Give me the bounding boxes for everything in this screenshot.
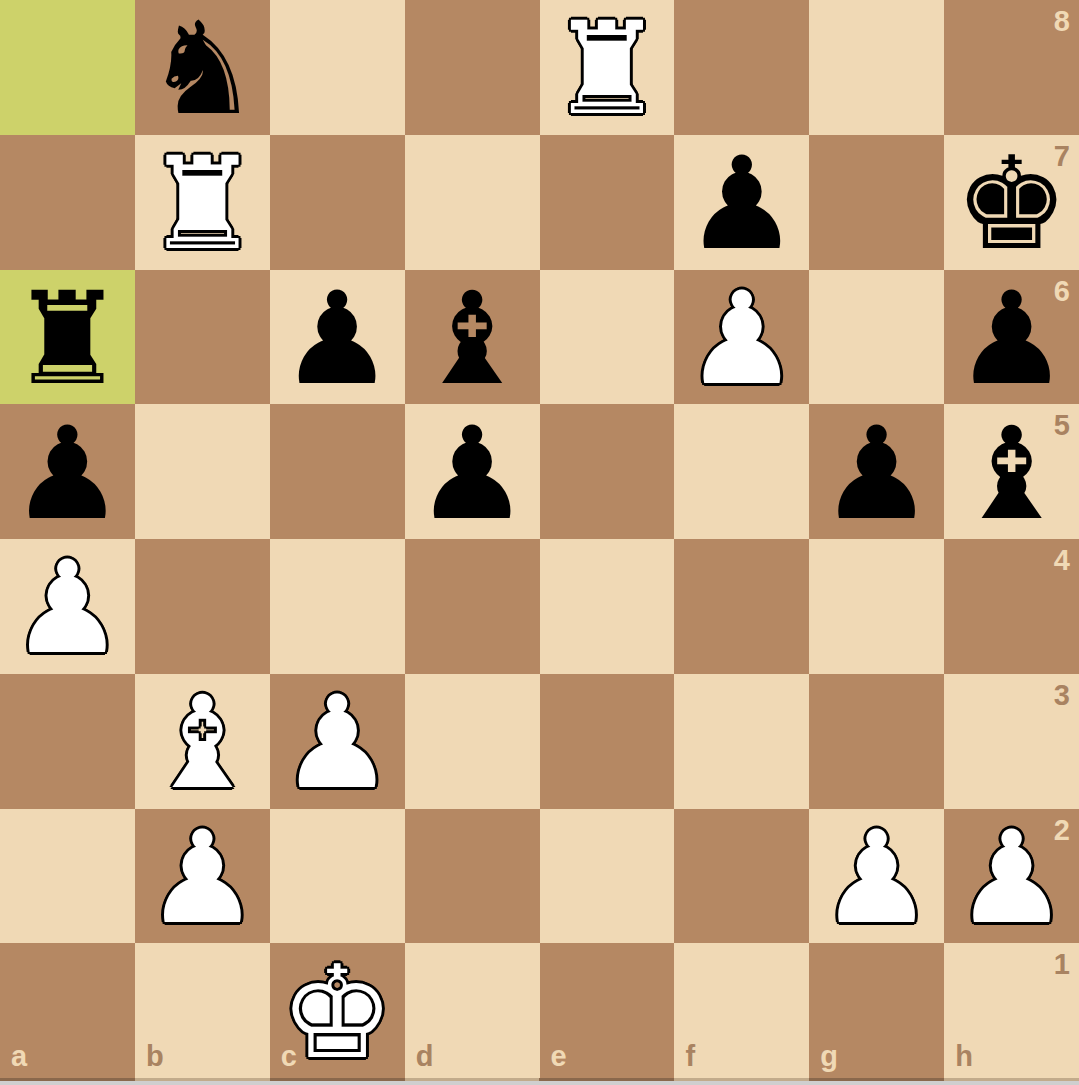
square-c1[interactable]: ♚c [270,943,405,1078]
square-d3[interactable] [405,674,540,809]
square-e2[interactable] [540,809,675,944]
square-b2[interactable]: ♟ [135,809,270,944]
file-label-f: f [685,1042,695,1071]
square-g4[interactable] [809,539,944,674]
square-h5[interactable]: ♝5 [944,404,1079,539]
square-c3[interactable]: ♟ [270,674,405,809]
square-b5[interactable] [135,404,270,539]
square-a1[interactable]: a [0,943,135,1078]
square-a8[interactable] [0,0,135,135]
square-e6[interactable] [540,270,675,405]
file-label-d: d [416,1042,434,1071]
square-g3[interactable] [809,674,944,809]
square-f3[interactable] [674,674,809,809]
square-d4[interactable] [405,539,540,674]
square-g5[interactable]: ♟ [809,404,944,539]
square-e8[interactable]: ♜ [540,0,675,135]
square-e4[interactable] [540,539,675,674]
square-h7[interactable]: ♚7 [944,135,1079,270]
square-c8[interactable] [270,0,405,135]
square-e5[interactable] [540,404,675,539]
black-rook-a6[interactable]: ♜ [10,275,125,403]
square-d1[interactable]: d [405,943,540,1078]
black-pawn-h6[interactable]: ♟ [954,275,1069,403]
square-a5[interactable]: ♟ [0,404,135,539]
square-f6[interactable]: ♟ [674,270,809,405]
file-label-a: a [11,1042,27,1071]
square-b6[interactable] [135,270,270,405]
square-h2[interactable]: ♟2 [944,809,1079,944]
square-b3[interactable]: ♝ [135,674,270,809]
square-f2[interactable] [674,809,809,944]
square-h1[interactable]: 1h [944,943,1079,1078]
file-label-b: b [146,1042,164,1071]
square-d5[interactable]: ♟ [405,404,540,539]
square-h8[interactable]: 8 [944,0,1079,135]
white-pawn-g2[interactable]: ♟ [819,814,934,942]
white-pawn-f6[interactable]: ♟ [684,275,799,403]
square-d6[interactable]: ♝ [405,270,540,405]
black-pawn-a5[interactable]: ♟ [10,410,125,538]
rank-label-1: 1 [1054,950,1070,979]
square-e3[interactable] [540,674,675,809]
square-f4[interactable] [674,539,809,674]
square-c6[interactable]: ♟ [270,270,405,405]
white-pawn-c3[interactable]: ♟ [280,679,395,807]
black-knight-b8[interactable]: ♞ [145,5,260,133]
white-rook-b7[interactable]: ♜ [145,140,260,268]
square-b4[interactable] [135,539,270,674]
file-label-c: c [281,1042,297,1071]
black-pawn-c6[interactable]: ♟ [280,275,395,403]
file-label-h: h [955,1042,973,1071]
white-pawn-h2[interactable]: ♟ [954,814,1069,942]
square-c2[interactable] [270,809,405,944]
square-h3[interactable]: 3 [944,674,1079,809]
square-b7[interactable]: ♜ [135,135,270,270]
black-pawn-d5[interactable]: ♟ [415,410,530,538]
square-c4[interactable] [270,539,405,674]
file-label-e: e [551,1042,567,1071]
square-h4[interactable]: 4 [944,539,1079,674]
square-b8[interactable]: ♞ [135,0,270,135]
rank-label-8: 8 [1054,7,1070,36]
square-f7[interactable]: ♟ [674,135,809,270]
white-rook-e8[interactable]: ♜ [550,5,665,133]
white-king-c1[interactable]: ♚ [280,949,395,1077]
square-e1[interactable]: e [540,943,675,1078]
page-background-strip [0,1081,1079,1085]
white-bishop-b3[interactable]: ♝ [145,679,260,807]
square-g6[interactable] [809,270,944,405]
square-f1[interactable]: f [674,943,809,1078]
square-a3[interactable] [0,674,135,809]
square-d7[interactable] [405,135,540,270]
square-b1[interactable]: b [135,943,270,1078]
square-e7[interactable] [540,135,675,270]
square-a6[interactable]: ♜ [0,270,135,405]
square-d2[interactable] [405,809,540,944]
black-bishop-h5[interactable]: ♝ [954,410,1069,538]
chess-board: ♞♜8♜♟♚7♜♟♝♟♟6♟♟♟♝5♟4♝♟3♟♟♟2ab♚cdefg1h [0,0,1079,1078]
rank-label-6: 6 [1054,277,1070,306]
rank-label-2: 2 [1054,816,1070,845]
rank-label-7: 7 [1054,142,1070,171]
square-f5[interactable] [674,404,809,539]
file-label-g: g [820,1042,838,1071]
rank-label-5: 5 [1054,411,1070,440]
black-king-h7[interactable]: ♚ [954,140,1069,268]
square-g7[interactable] [809,135,944,270]
square-c5[interactable] [270,404,405,539]
square-g2[interactable]: ♟ [809,809,944,944]
square-g8[interactable] [809,0,944,135]
black-pawn-f7[interactable]: ♟ [684,140,799,268]
square-a2[interactable] [0,809,135,944]
black-pawn-g5[interactable]: ♟ [819,410,934,538]
square-g1[interactable]: g [809,943,944,1078]
square-h6[interactable]: ♟6 [944,270,1079,405]
square-c7[interactable] [270,135,405,270]
white-pawn-b2[interactable]: ♟ [145,814,260,942]
square-a7[interactable] [0,135,135,270]
square-a4[interactable]: ♟ [0,539,135,674]
rank-label-3: 3 [1054,681,1070,710]
rank-label-4: 4 [1054,546,1070,575]
white-pawn-a4[interactable]: ♟ [10,544,125,672]
square-f8[interactable] [674,0,809,135]
square-d8[interactable] [405,0,540,135]
chess-board-screenshot: ♞♜8♜♟♚7♜♟♝♟♟6♟♟♟♝5♟4♝♟3♟♟♟2ab♚cdefg1h [0,0,1079,1085]
black-bishop-d6[interactable]: ♝ [415,275,530,403]
